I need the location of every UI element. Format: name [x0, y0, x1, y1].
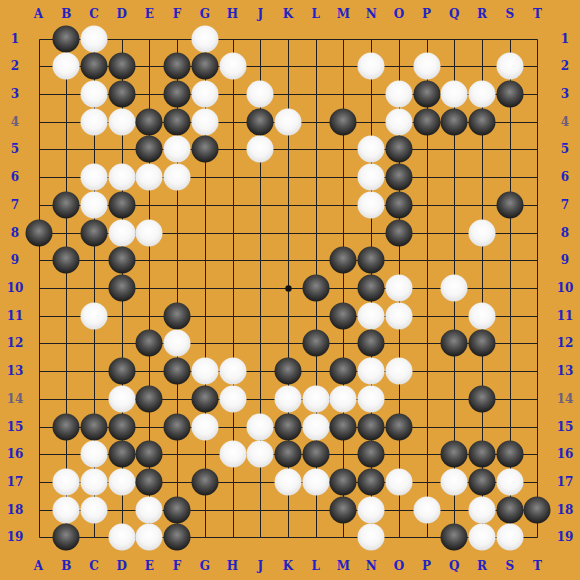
black-stone-B7: [53, 191, 80, 218]
black-stone-M11: [330, 302, 357, 329]
black-stone-F11: [164, 302, 191, 329]
black-stone-B9: [53, 247, 80, 274]
column-label-bottom-H: H: [227, 560, 238, 572]
white-stone-C16: [80, 441, 107, 468]
white-stone-J3: [247, 80, 274, 107]
black-stone-D2: [108, 53, 135, 80]
column-label-bottom-Q: Q: [449, 560, 459, 572]
white-stone-L17: [302, 469, 329, 496]
black-stone-L16: [302, 441, 329, 468]
black-stone-M17: [330, 469, 357, 496]
white-stone-L15: [302, 413, 329, 440]
white-stone-E19: [136, 524, 163, 551]
column-label-top-B: B: [61, 8, 71, 20]
white-stone-J5: [247, 136, 274, 163]
white-stone-P18: [413, 496, 440, 523]
white-stone-N14: [358, 385, 385, 412]
column-label-bottom-F: F: [173, 560, 182, 572]
black-stone-C8: [80, 219, 107, 246]
white-stone-E8: [136, 219, 163, 246]
row-label-right-9: 9: [561, 254, 569, 266]
black-stone-M9: [330, 247, 357, 274]
white-stone-C6: [80, 164, 107, 191]
white-stone-C11: [80, 302, 107, 329]
row-label-left-11: 11: [7, 310, 24, 322]
column-label-bottom-B: B: [61, 560, 71, 572]
row-label-left-1: 1: [11, 33, 19, 45]
column-label-top-M: M: [337, 8, 350, 20]
white-stone-C17: [80, 469, 107, 496]
black-stone-N12: [358, 330, 385, 357]
black-stone-C2: [80, 53, 107, 80]
row-label-left-14: 14: [7, 393, 24, 405]
column-label-top-H: H: [227, 8, 238, 20]
black-stone-Q12: [441, 330, 468, 357]
white-stone-B18: [53, 496, 80, 523]
black-stone-G14: [191, 385, 218, 412]
column-label-bottom-E: E: [145, 560, 154, 572]
row-label-left-19: 19: [7, 531, 24, 543]
white-stone-Q3: [441, 80, 468, 107]
white-stone-L14: [302, 385, 329, 412]
row-label-left-9: 9: [11, 254, 19, 266]
row-label-right-7: 7: [561, 199, 569, 211]
black-stone-F15: [164, 413, 191, 440]
black-stone-D13: [108, 358, 135, 385]
column-label-top-Q: Q: [449, 8, 459, 20]
row-label-right-3: 3: [561, 88, 569, 100]
black-stone-N9: [358, 247, 385, 274]
row-label-left-17: 17: [7, 476, 24, 488]
row-label-right-19: 19: [557, 531, 574, 543]
column-label-top-P: P: [422, 8, 431, 20]
white-stone-D19: [108, 524, 135, 551]
white-stone-R19: [469, 524, 496, 551]
black-stone-J4: [247, 108, 274, 135]
column-label-top-K: K: [283, 8, 293, 20]
row-label-left-12: 12: [7, 337, 24, 349]
column-label-bottom-D: D: [116, 560, 126, 572]
black-stone-Q4: [441, 108, 468, 135]
white-stone-N19: [358, 524, 385, 551]
white-stone-F12: [164, 330, 191, 357]
row-label-right-6: 6: [561, 171, 569, 183]
row-label-right-17: 17: [557, 476, 574, 488]
black-stone-T18: [524, 496, 551, 523]
column-label-top-F: F: [173, 8, 182, 20]
column-label-top-T: T: [533, 8, 542, 20]
white-stone-C1: [80, 25, 107, 52]
black-stone-Q16: [441, 441, 468, 468]
white-stone-G4: [191, 108, 218, 135]
black-stone-M13: [330, 358, 357, 385]
white-stone-O17: [385, 469, 412, 496]
black-stone-C15: [80, 413, 107, 440]
row-label-left-2: 2: [11, 60, 19, 72]
black-stone-N15: [358, 413, 385, 440]
column-label-top-D: D: [116, 8, 126, 20]
black-stone-F18: [164, 496, 191, 523]
black-stone-K13: [274, 358, 301, 385]
black-stone-E5: [136, 136, 163, 163]
black-stone-B1: [53, 25, 80, 52]
white-stone-N7: [358, 191, 385, 218]
white-stone-S17: [496, 469, 523, 496]
black-stone-K15: [274, 413, 301, 440]
white-stone-D14: [108, 385, 135, 412]
row-label-left-3: 3: [11, 88, 19, 100]
white-stone-G15: [191, 413, 218, 440]
white-stone-O10: [385, 274, 412, 301]
white-stone-B2: [53, 53, 80, 80]
white-stone-B17: [53, 469, 80, 496]
white-stone-E6: [136, 164, 163, 191]
white-stone-S2: [496, 53, 523, 80]
black-stone-D16: [108, 441, 135, 468]
row-label-right-1: 1: [561, 33, 569, 45]
column-label-top-G: G: [200, 8, 210, 20]
row-label-right-15: 15: [557, 421, 574, 433]
white-stone-O4: [385, 108, 412, 135]
white-stone-H16: [219, 441, 246, 468]
black-stone-R4: [469, 108, 496, 135]
black-stone-N16: [358, 441, 385, 468]
column-label-bottom-J: J: [257, 560, 263, 572]
row-label-right-16: 16: [557, 448, 574, 460]
black-stone-S7: [496, 191, 523, 218]
black-stone-E14: [136, 385, 163, 412]
white-stone-N6: [358, 164, 385, 191]
white-stone-E18: [136, 496, 163, 523]
black-stone-D9: [108, 247, 135, 274]
white-stone-N13: [358, 358, 385, 385]
white-stone-H2: [219, 53, 246, 80]
white-stone-Q10: [441, 274, 468, 301]
white-stone-R11: [469, 302, 496, 329]
black-stone-A8: [25, 219, 52, 246]
white-stone-R18: [469, 496, 496, 523]
column-label-top-A: A: [34, 8, 43, 20]
row-label-left-7: 7: [11, 199, 19, 211]
white-stone-J15: [247, 413, 274, 440]
black-stone-P3: [413, 80, 440, 107]
white-stone-F6: [164, 164, 191, 191]
column-label-top-N: N: [366, 8, 377, 20]
white-stone-M14: [330, 385, 357, 412]
black-stone-R14: [469, 385, 496, 412]
black-stone-O7: [385, 191, 412, 218]
row-label-left-15: 15: [7, 421, 24, 433]
column-label-bottom-O: O: [394, 560, 404, 572]
white-stone-Q17: [441, 469, 468, 496]
black-stone-D10: [108, 274, 135, 301]
column-label-bottom-K: K: [283, 560, 293, 572]
column-label-bottom-C: C: [89, 560, 99, 572]
row-label-right-14: 14: [557, 393, 574, 405]
white-stone-O13: [385, 358, 412, 385]
row-label-right-4: 4: [561, 116, 569, 128]
row-label-left-18: 18: [7, 504, 24, 516]
row-label-right-5: 5: [561, 143, 569, 155]
row-label-right-12: 12: [557, 337, 574, 349]
white-stone-N5: [358, 136, 385, 163]
white-stone-K17: [274, 469, 301, 496]
black-stone-S3: [496, 80, 523, 107]
row-label-right-13: 13: [557, 365, 574, 377]
black-stone-M18: [330, 496, 357, 523]
black-stone-O8: [385, 219, 412, 246]
white-stone-O11: [385, 302, 412, 329]
column-label-top-J: J: [257, 8, 263, 20]
black-stone-M4: [330, 108, 357, 135]
black-stone-N10: [358, 274, 385, 301]
black-stone-L10: [302, 274, 329, 301]
white-stone-R3: [469, 80, 496, 107]
black-stone-E16: [136, 441, 163, 468]
row-label-left-10: 10: [7, 282, 24, 294]
white-stone-N18: [358, 496, 385, 523]
row-label-left-4: 4: [11, 116, 19, 128]
white-stone-D4: [108, 108, 135, 135]
black-stone-E12: [136, 330, 163, 357]
black-stone-F4: [164, 108, 191, 135]
white-stone-J16: [247, 441, 274, 468]
row-label-left-5: 5: [11, 143, 19, 155]
white-stone-D17: [108, 469, 135, 496]
row-label-left-8: 8: [11, 227, 19, 239]
column-label-bottom-L: L: [311, 560, 319, 572]
black-stone-O5: [385, 136, 412, 163]
black-stone-D15: [108, 413, 135, 440]
go-board: AABBCCDDEEFFGGHHJJKKLLMMNNOOPPQQRRSSTT11…: [0, 0, 580, 580]
black-stone-N17: [358, 469, 385, 496]
column-label-top-S: S: [505, 8, 514, 20]
black-stone-D7: [108, 191, 135, 218]
black-stone-G17: [191, 469, 218, 496]
black-stone-F13: [164, 358, 191, 385]
white-stone-C18: [80, 496, 107, 523]
black-stone-F19: [164, 524, 191, 551]
black-stone-B19: [53, 524, 80, 551]
black-stone-F3: [164, 80, 191, 107]
tengen-marker: [285, 285, 291, 291]
white-stone-K4: [274, 108, 301, 135]
column-label-bottom-R: R: [477, 560, 487, 572]
white-stone-H13: [219, 358, 246, 385]
black-stone-F2: [164, 53, 191, 80]
black-stone-S18: [496, 496, 523, 523]
black-stone-R17: [469, 469, 496, 496]
white-stone-S19: [496, 524, 523, 551]
black-stone-O15: [385, 413, 412, 440]
black-stone-S16: [496, 441, 523, 468]
column-label-top-O: O: [394, 8, 404, 20]
white-stone-D8: [108, 219, 135, 246]
white-stone-G1: [191, 25, 218, 52]
row-label-right-8: 8: [561, 227, 569, 239]
black-stone-M15: [330, 413, 357, 440]
white-stone-H14: [219, 385, 246, 412]
column-label-bottom-A: A: [34, 560, 43, 572]
column-label-bottom-N: N: [366, 560, 377, 572]
row-label-right-18: 18: [557, 504, 574, 516]
black-stone-Q19: [441, 524, 468, 551]
column-label-bottom-G: G: [200, 560, 210, 572]
black-stone-R16: [469, 441, 496, 468]
white-stone-R8: [469, 219, 496, 246]
row-label-left-6: 6: [11, 171, 19, 183]
column-label-top-C: C: [89, 8, 99, 20]
black-stone-O6: [385, 164, 412, 191]
column-label-bottom-P: P: [422, 560, 431, 572]
white-stone-C7: [80, 191, 107, 218]
white-stone-D6: [108, 164, 135, 191]
row-label-right-2: 2: [561, 60, 569, 72]
black-stone-P4: [413, 108, 440, 135]
column-label-bottom-M: M: [337, 560, 350, 572]
row-label-left-13: 13: [7, 365, 24, 377]
column-label-bottom-T: T: [533, 560, 542, 572]
black-stone-E4: [136, 108, 163, 135]
column-label-bottom-S: S: [505, 560, 514, 572]
white-stone-G13: [191, 358, 218, 385]
row-label-right-10: 10: [557, 282, 574, 294]
white-stone-F5: [164, 136, 191, 163]
black-stone-G5: [191, 136, 218, 163]
column-label-top-L: L: [311, 8, 319, 20]
black-stone-D3: [108, 80, 135, 107]
column-label-top-R: R: [477, 8, 487, 20]
black-stone-B15: [53, 413, 80, 440]
row-label-right-11: 11: [557, 310, 574, 322]
black-stone-E17: [136, 469, 163, 496]
white-stone-O3: [385, 80, 412, 107]
row-label-left-16: 16: [7, 448, 24, 460]
black-stone-R12: [469, 330, 496, 357]
white-stone-C4: [80, 108, 107, 135]
white-stone-P2: [413, 53, 440, 80]
black-stone-K16: [274, 441, 301, 468]
white-stone-G3: [191, 80, 218, 107]
white-stone-K14: [274, 385, 301, 412]
column-label-top-E: E: [145, 8, 154, 20]
white-stone-C3: [80, 80, 107, 107]
white-stone-N2: [358, 53, 385, 80]
white-stone-N11: [358, 302, 385, 329]
black-stone-L12: [302, 330, 329, 357]
black-stone-G2: [191, 53, 218, 80]
